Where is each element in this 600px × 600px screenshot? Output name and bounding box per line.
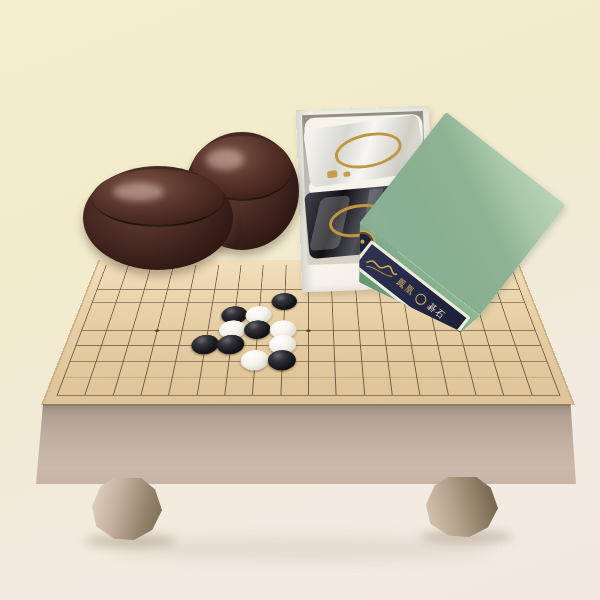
grid-cell [335, 361, 363, 378]
label-kanji-bottom: 碁石 [425, 300, 449, 323]
grid-cell [189, 290, 215, 303]
grid-cell [225, 378, 254, 396]
grid-cell [169, 378, 200, 396]
grid-cell [191, 277, 217, 289]
grid-cell [441, 361, 472, 378]
grid-cell [141, 290, 168, 303]
grid-cell [511, 331, 542, 346]
grid-cell [240, 265, 264, 277]
grid-cell [309, 331, 335, 346]
grid-cell [194, 265, 219, 277]
grid-cell [144, 277, 171, 289]
bowl-highlight [113, 183, 164, 202]
star-point [306, 329, 310, 331]
grid-cell [200, 361, 229, 378]
grid-cell [527, 378, 561, 396]
grid-cell [386, 346, 415, 362]
grid-cell [217, 265, 241, 277]
grid-cell [516, 346, 548, 362]
grid-cell [237, 290, 262, 303]
grid-cell [497, 290, 525, 303]
grid-cell [215, 277, 240, 289]
grid-cell [132, 316, 161, 330]
grid-cell [385, 331, 413, 346]
grid-cell [146, 361, 177, 378]
label-kanji-top: 鳳凰 [394, 276, 418, 299]
grid-cell [213, 290, 239, 303]
grid-cell [281, 378, 309, 396]
grid-cell [141, 378, 173, 396]
gold-text-mark [343, 171, 351, 177]
gold-text-mark [327, 170, 338, 178]
grid-cell [161, 303, 188, 317]
grid-cell [263, 265, 286, 277]
grid-cell [309, 361, 336, 378]
grid-cell [262, 277, 286, 289]
grid-cell [309, 378, 337, 396]
grid-cell [173, 361, 203, 378]
grid-cell [501, 303, 530, 317]
gold-oval-emblem [331, 127, 405, 174]
grid-cell [336, 378, 365, 396]
grid-cell [506, 316, 536, 330]
grid-cell [357, 303, 383, 317]
grid-cell [335, 346, 362, 362]
grid-cell [253, 378, 282, 396]
grid-cell [412, 346, 441, 362]
grid-cell [418, 378, 449, 396]
bowl-highlight [206, 149, 245, 170]
grid-cell [158, 316, 186, 330]
grid-cell [388, 361, 417, 378]
grid-cell [150, 346, 180, 362]
board-front-face [36, 404, 576, 484]
grid-cell [361, 346, 389, 362]
grid-cell [362, 361, 391, 378]
grid-cell [309, 346, 336, 362]
grid-cell [359, 331, 386, 346]
bowl-lid [92, 169, 224, 227]
grid-cell [521, 361, 554, 378]
black-stone[interactable] [267, 350, 296, 370]
grid-cell [197, 378, 227, 396]
grid-cell [154, 331, 183, 346]
grid-cell [333, 316, 359, 330]
grid-cell [309, 316, 334, 330]
grid-cell [334, 331, 360, 346]
grid-cell [332, 290, 357, 303]
board-leg-left [92, 478, 162, 540]
grid-cell [165, 290, 192, 303]
go-set-product-photo: 鳳凰 碁石 [0, 0, 600, 600]
grid-cell [168, 277, 194, 289]
grid-cell [309, 303, 334, 317]
gold-script-flourish [362, 249, 401, 286]
grid-cell [358, 316, 384, 330]
grid-cell [137, 303, 165, 317]
grid-cell [186, 303, 213, 317]
board-leg-right [426, 477, 498, 537]
grid-cell [363, 378, 392, 396]
go-stone-bowl-front [83, 166, 233, 270]
grid-cell [183, 316, 211, 330]
label-crest-icon [413, 291, 428, 306]
grid-cell [238, 277, 263, 289]
grid-cell [333, 303, 358, 317]
grid-cell [415, 361, 445, 378]
grid-cell [391, 378, 421, 396]
